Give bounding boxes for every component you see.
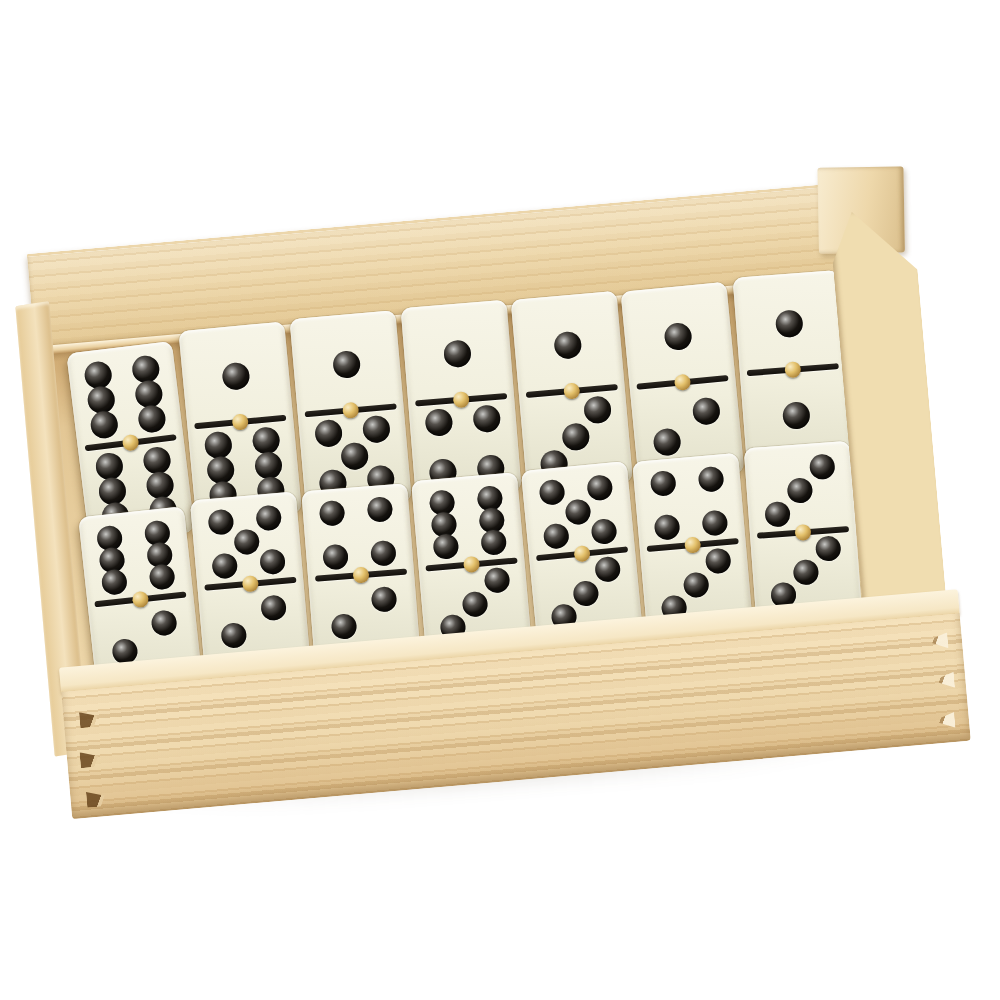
pip	[663, 322, 692, 351]
pip	[484, 566, 511, 593]
product-photo-scene	[0, 0, 1000, 1000]
domino-tile-3-3	[744, 441, 862, 618]
pip	[461, 590, 488, 617]
domino-half-top-6	[67, 347, 183, 448]
domino-half-top-3	[744, 448, 855, 534]
domino-half-top-1	[733, 276, 845, 372]
pip	[787, 477, 814, 504]
domino-tile-1-1	[733, 270, 853, 470]
domino-half-top-4	[633, 460, 745, 547]
domino-half-top-6	[79, 513, 193, 602]
finger-joint-mark	[924, 712, 955, 731]
pip	[371, 586, 398, 613]
pip	[100, 568, 128, 596]
pip	[256, 504, 283, 531]
pip	[424, 408, 453, 437]
pip	[211, 552, 238, 579]
pip	[207, 509, 234, 536]
finger-joint-mark	[917, 632, 948, 651]
pip	[443, 339, 472, 368]
domino-tile-4-2	[301, 483, 420, 661]
pip	[782, 401, 811, 430]
domino-half-top-1	[401, 305, 514, 402]
pip	[137, 403, 167, 433]
finger-joint-mark	[924, 672, 955, 691]
pip	[314, 419, 343, 448]
pip	[561, 422, 590, 451]
domino-tile-4-3	[632, 453, 752, 632]
finger-joint-mark	[79, 710, 110, 729]
pip	[542, 522, 569, 549]
domino-tile-5-2	[190, 491, 310, 670]
domino-half-top-1	[621, 287, 735, 385]
pip	[775, 309, 804, 338]
pip	[538, 479, 565, 506]
pip	[318, 500, 345, 527]
pip	[594, 555, 621, 582]
domino-half-top-4	[302, 490, 414, 576]
pip	[705, 547, 732, 574]
pip	[591, 518, 618, 545]
pip	[649, 470, 676, 497]
domino-half-top-6	[412, 479, 524, 566]
domino-half-top-1	[179, 327, 293, 425]
pip	[362, 415, 391, 444]
pip	[367, 496, 394, 523]
pip	[332, 350, 361, 379]
pip	[692, 397, 721, 426]
pip	[330, 614, 357, 641]
pip	[220, 622, 247, 649]
domino-tile-1-4	[401, 300, 522, 500]
pip	[370, 540, 397, 567]
pip	[698, 466, 725, 493]
pip	[553, 330, 582, 359]
pip	[793, 558, 820, 585]
pip	[149, 563, 177, 591]
domino-tile-1-5	[290, 310, 412, 511]
pip	[233, 528, 260, 555]
domino-tile-6-3	[411, 472, 531, 651]
domino-half-top-1	[290, 316, 403, 413]
pip	[564, 498, 591, 525]
pip	[572, 579, 599, 606]
pip	[583, 396, 612, 425]
domino-half-top-5	[191, 498, 303, 585]
domino-tile-5-3	[521, 461, 643, 640]
pip	[473, 404, 502, 433]
pip	[653, 514, 680, 541]
pip	[809, 453, 836, 480]
pip	[259, 548, 286, 575]
finger-joint-mark	[86, 789, 117, 808]
pip	[815, 535, 842, 562]
pip	[683, 571, 710, 598]
pip	[340, 442, 369, 471]
pip	[652, 428, 681, 457]
pip	[702, 509, 729, 536]
pip	[260, 594, 287, 621]
pip	[221, 361, 250, 390]
pip	[587, 474, 614, 501]
pip	[432, 533, 459, 560]
pip	[481, 529, 508, 556]
pip	[764, 501, 791, 528]
pip	[151, 609, 179, 637]
finger-joint-mark	[79, 750, 110, 769]
pip	[322, 543, 349, 570]
pip	[89, 409, 119, 439]
wooden-box	[37, 179, 933, 821]
domino-half-top-5	[522, 468, 635, 556]
domino-half-top-1	[511, 296, 624, 393]
